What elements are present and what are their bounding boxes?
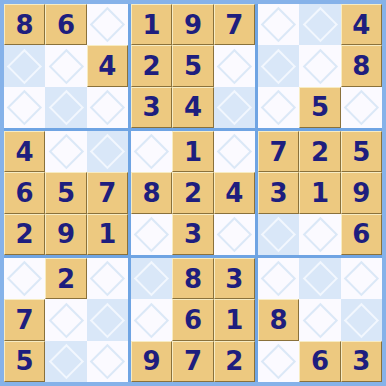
diamond-icon <box>217 134 252 169</box>
cell-r7c7[interactable] <box>258 258 299 299</box>
diamond-icon <box>90 134 125 169</box>
diamond-icon <box>261 344 296 379</box>
cell-r9c7[interactable] <box>258 341 299 382</box>
cell-r6c1: 2 <box>4 214 45 255</box>
diamond-icon <box>48 302 83 337</box>
diamond-icon <box>90 344 125 379</box>
cell-r3c8: 5 <box>299 87 340 128</box>
cell-r1c4: 1 <box>131 4 172 45</box>
cell-r1c5: 9 <box>172 4 213 45</box>
cell-r3c7[interactable] <box>258 87 299 128</box>
cell-r1c8[interactable] <box>299 4 340 45</box>
cell-r9c6: 2 <box>214 341 255 382</box>
cell-r8c8[interactable] <box>299 299 340 340</box>
cell-r8c1: 7 <box>4 299 45 340</box>
cell-r2c3: 4 <box>87 45 128 86</box>
diamond-icon <box>302 7 337 42</box>
cell-r3c4: 3 <box>131 87 172 128</box>
cell-r5c2: 5 <box>45 172 86 213</box>
cell-r8c3[interactable] <box>87 299 128 340</box>
diamond-icon <box>302 217 337 252</box>
cell-r6c4[interactable] <box>131 214 172 255</box>
cell-r3c3[interactable] <box>87 87 128 128</box>
cell-r3c5: 4 <box>172 87 213 128</box>
cell-r8c5: 6 <box>172 299 213 340</box>
cell-r1c7[interactable] <box>258 4 299 45</box>
cell-r7c9[interactable] <box>341 258 382 299</box>
cell-r4c8: 2 <box>299 131 340 172</box>
cell-r5c1: 6 <box>4 172 45 213</box>
diamond-icon <box>217 217 252 252</box>
cell-r9c2[interactable] <box>45 341 86 382</box>
cell-r4c2[interactable] <box>45 131 86 172</box>
cell-r6c3: 1 <box>87 214 128 255</box>
cell-r9c3[interactable] <box>87 341 128 382</box>
cell-r8c2[interactable] <box>45 299 86 340</box>
cell-r4c9: 5 <box>341 131 382 172</box>
diamond-icon <box>7 48 42 83</box>
cell-r2c8[interactable] <box>299 45 340 86</box>
cell-r5c6: 4 <box>214 172 255 213</box>
diamond-icon <box>48 90 83 125</box>
cell-r8c9[interactable] <box>341 299 382 340</box>
cell-r5c9: 9 <box>341 172 382 213</box>
cell-r9c1: 5 <box>4 341 45 382</box>
diamond-icon <box>261 90 296 125</box>
diamond-icon <box>90 90 125 125</box>
cell-r3c2[interactable] <box>45 87 86 128</box>
diamond-icon <box>48 134 83 169</box>
cell-r6c7[interactable] <box>258 214 299 255</box>
cell-r2c7[interactable] <box>258 45 299 86</box>
cell-r6c6[interactable] <box>214 214 255 255</box>
cell-r1c3[interactable] <box>87 4 128 45</box>
cell-r3c6[interactable] <box>214 87 255 128</box>
diamond-icon <box>302 261 337 296</box>
cell-r6c5: 3 <box>172 214 213 255</box>
diamond-icon <box>261 261 296 296</box>
cell-r5c5: 2 <box>172 172 213 213</box>
cell-r5c4: 8 <box>131 172 172 213</box>
cell-r1c2: 6 <box>45 4 86 45</box>
cell-r1c9: 4 <box>341 4 382 45</box>
box-5: 18243 <box>131 131 255 255</box>
cell-r4c5: 1 <box>172 131 213 172</box>
box-8: 8361972 <box>131 258 255 382</box>
diamond-icon <box>48 344 83 379</box>
cell-r7c3[interactable] <box>87 258 128 299</box>
box-9: 863 <box>258 258 382 382</box>
sudoku-board: 8641972534485465729118243725319627583619… <box>0 0 386 386</box>
cell-r2c4: 2 <box>131 45 172 86</box>
cell-r2c1[interactable] <box>4 45 45 86</box>
cell-r4c4[interactable] <box>131 131 172 172</box>
diamond-icon <box>134 217 169 252</box>
diamond-icon <box>7 261 42 296</box>
cell-r5c8: 1 <box>299 172 340 213</box>
diamond-icon <box>90 302 125 337</box>
cell-r7c8[interactable] <box>299 258 340 299</box>
box-1: 864 <box>4 4 128 128</box>
diamond-icon <box>134 134 169 169</box>
cell-r8c4[interactable] <box>131 299 172 340</box>
diamond-icon <box>344 261 379 296</box>
box-2: 1972534 <box>131 4 255 128</box>
cell-r6c9: 6 <box>341 214 382 255</box>
diamond-icon <box>302 48 337 83</box>
cell-r9c9: 3 <box>341 341 382 382</box>
diamond-icon <box>134 302 169 337</box>
box-6: 7253196 <box>258 131 382 255</box>
diamond-icon <box>48 48 83 83</box>
cell-r2c6[interactable] <box>214 45 255 86</box>
cell-r3c9[interactable] <box>341 87 382 128</box>
cell-r4c6[interactable] <box>214 131 255 172</box>
cell-r5c7: 3 <box>258 172 299 213</box>
diamond-icon <box>134 261 169 296</box>
cell-r4c7: 7 <box>258 131 299 172</box>
diamond-icon <box>217 90 252 125</box>
diamond-icon <box>261 217 296 252</box>
box-4: 4657291 <box>4 131 128 255</box>
diamond-icon <box>261 48 296 83</box>
cell-r1c1: 8 <box>4 4 45 45</box>
cell-r8c6: 1 <box>214 299 255 340</box>
cell-r6c2: 9 <box>45 214 86 255</box>
diamond-icon <box>217 48 252 83</box>
box-3: 485 <box>258 4 382 128</box>
cell-r7c5: 8 <box>172 258 213 299</box>
diamond-icon <box>344 90 379 125</box>
cell-r7c2: 2 <box>45 258 86 299</box>
cell-r9c5: 7 <box>172 341 213 382</box>
diamond-icon <box>7 90 42 125</box>
cell-r4c3[interactable] <box>87 131 128 172</box>
box-7: 275 <box>4 258 128 382</box>
cell-r2c5: 5 <box>172 45 213 86</box>
cell-r6c8[interactable] <box>299 214 340 255</box>
cell-r9c4: 9 <box>131 341 172 382</box>
cell-r1c6: 7 <box>214 4 255 45</box>
diamond-icon <box>302 302 337 337</box>
cell-r7c1[interactable] <box>4 258 45 299</box>
diamond-icon <box>344 302 379 337</box>
diamond-icon <box>261 7 296 42</box>
cell-r3c1[interactable] <box>4 87 45 128</box>
cell-r7c4[interactable] <box>131 258 172 299</box>
diamond-icon <box>90 7 125 42</box>
cell-r7c6: 3 <box>214 258 255 299</box>
diamond-icon <box>90 261 125 296</box>
cell-r2c9: 8 <box>341 45 382 86</box>
cell-r4c1: 4 <box>4 131 45 172</box>
cell-r9c8: 6 <box>299 341 340 382</box>
cell-r2c2[interactable] <box>45 45 86 86</box>
cell-r8c7: 8 <box>258 299 299 340</box>
cell-r5c3: 7 <box>87 172 128 213</box>
